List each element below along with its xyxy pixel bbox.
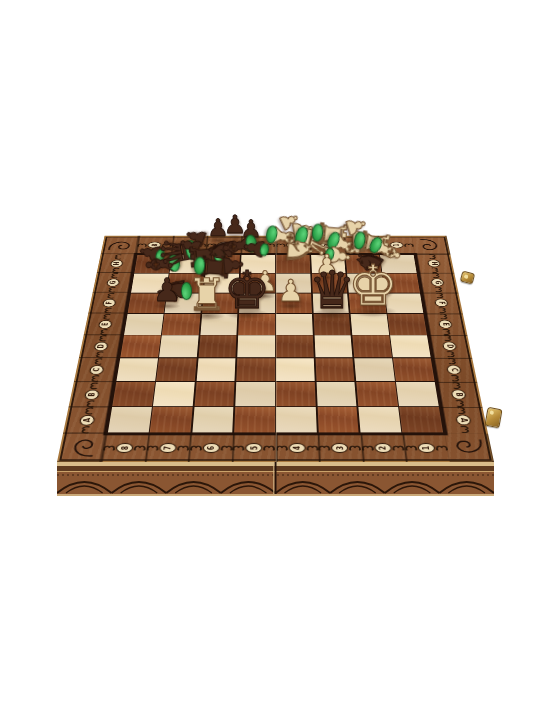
coord-circle: 2 — [355, 242, 369, 248]
coord-label-near-5: 5 — [232, 434, 276, 462]
square-d1 — [390, 336, 430, 358]
coord-circle: 6 — [217, 242, 231, 248]
scroll-ornament-icon — [459, 426, 472, 433]
coord-circle: 5 — [245, 443, 262, 453]
coord-label-far-3: 3 — [310, 236, 346, 254]
square-e6 — [200, 314, 238, 335]
square-f1 — [385, 293, 423, 313]
scroll-ornament-icon — [84, 400, 97, 407]
scroll-ornament-icon — [87, 382, 99, 389]
pawn-glyph-icon: ♟ — [224, 212, 246, 237]
scroll-ornament-icon — [438, 307, 449, 313]
scroll-ornament-icon — [112, 254, 123, 259]
scroll-ornament-icon — [134, 444, 147, 452]
coord-label-near-6: 6 — [188, 434, 233, 462]
square-a3 — [317, 407, 359, 432]
scroll-ornament-icon — [276, 242, 286, 247]
scroll-ornament-icon — [450, 375, 462, 382]
square-g3 — [312, 274, 348, 293]
coord-circle: 4 — [289, 443, 306, 453]
square-a8 — [108, 407, 152, 432]
corner-ornament-1 — [412, 236, 450, 254]
scroll-ornament-icon — [109, 273, 120, 278]
square-a6 — [192, 407, 234, 432]
scroll-ornament-icon — [392, 444, 405, 452]
scroll-ornament-icon — [196, 242, 206, 247]
corner-ornament-0 — [101, 236, 139, 254]
scroll-ornament-icon — [189, 444, 201, 452]
coord-circle: B — [84, 389, 100, 399]
corner-scroll-icon — [104, 237, 135, 252]
coord-label-left-G: G — [93, 273, 133, 293]
square-a1 — [399, 407, 443, 432]
coord-label-right-B: B — [437, 382, 483, 407]
coord-circle: 8 — [147, 242, 161, 248]
square-f4 — [276, 293, 312, 313]
folding-seam — [275, 236, 277, 462]
square-d6 — [198, 336, 237, 358]
board-front-edge — [57, 462, 494, 496]
scroll-ornament-icon — [439, 314, 450, 320]
coord-label-right-G: G — [418, 273, 458, 293]
coord-label-near-1: 1 — [403, 434, 450, 462]
scroll-ornament-icon — [456, 407, 469, 414]
coord-label-far-5: 5 — [241, 236, 276, 254]
coord-label-far-1: 1 — [378, 236, 415, 254]
scroll-ornament-icon — [146, 444, 159, 452]
coord-label-left-H: H — [97, 254, 136, 273]
square-a7 — [150, 407, 193, 432]
square-e5 — [238, 314, 275, 335]
coord-circle: 7 — [159, 443, 177, 453]
coord-circle: F — [102, 299, 116, 307]
square-c1 — [393, 358, 434, 381]
scroll-ornament-icon — [403, 242, 413, 247]
scroll-ornament-icon — [319, 444, 331, 452]
scroll-ornament-icon — [102, 307, 113, 313]
coord-label-far-4: 4 — [276, 236, 311, 254]
square-g1 — [383, 274, 420, 293]
square-h8 — [134, 255, 170, 273]
square-c2 — [354, 358, 394, 381]
square-h1 — [380, 255, 416, 273]
coord-label-right-A: A — [441, 407, 488, 434]
scroll-ornament-icon — [103, 444, 116, 452]
coord-label-near-7: 7 — [145, 434, 191, 462]
scroll-ornament-icon — [96, 335, 108, 341]
scroll-ornament-icon — [435, 444, 448, 452]
coord-label-left-F: F — [88, 293, 129, 314]
coord-circle: 2 — [374, 443, 392, 453]
clasp-highlight — [490, 410, 495, 415]
corner-ornament-3 — [57, 434, 106, 462]
square-b2 — [356, 382, 398, 406]
coord-circle: F — [435, 299, 449, 307]
scroll-ornament-icon — [231, 242, 241, 247]
coord-circle: G — [106, 279, 120, 287]
coord-label-left-E: E — [84, 313, 126, 335]
coord-circle: A — [456, 415, 472, 425]
coord-circle: 1 — [417, 443, 435, 453]
scroll-ornament-icon — [451, 382, 463, 389]
square-h2 — [345, 255, 381, 273]
coord-circle: D — [93, 342, 108, 351]
square-d3 — [314, 336, 353, 358]
square-g5 — [240, 274, 275, 293]
square-f7 — [165, 293, 202, 313]
dark-pawn: ♟ — [224, 212, 246, 237]
scroll-ornament-icon — [335, 242, 345, 247]
scroll-ornament-icon — [310, 242, 320, 247]
corner-scroll-icon — [415, 237, 446, 252]
scroll-ornament-icon — [455, 400, 468, 407]
coord-circle: 7 — [182, 242, 196, 248]
square-c4 — [276, 358, 315, 381]
coord-circle: H — [110, 260, 124, 267]
square-b3 — [316, 382, 357, 406]
scroll-ornament-icon — [101, 314, 112, 320]
scroll-ornament-icon — [233, 444, 245, 452]
scroll-ornament-icon — [446, 351, 458, 357]
coord-label-left-B: B — [69, 382, 115, 407]
coord-circle: A — [79, 415, 95, 425]
coord-circle: C — [89, 365, 104, 374]
square-d7 — [159, 336, 198, 358]
square-e7 — [162, 314, 200, 335]
square-b1 — [396, 382, 439, 406]
square-g8 — [131, 274, 168, 293]
square-f8 — [128, 293, 166, 313]
scroll-ornament-icon — [300, 242, 310, 247]
coord-label-near-4: 4 — [276, 434, 320, 462]
scroll-ornament-icon — [428, 254, 439, 259]
coord-circle: 5 — [251, 242, 265, 248]
square-f5 — [239, 293, 275, 313]
corner-scroll-icon — [450, 436, 490, 459]
scroll-ornament-icon — [404, 444, 417, 452]
square-g4 — [276, 274, 311, 293]
coord-label-near-8: 8 — [101, 434, 148, 462]
coord-label-near-2: 2 — [360, 434, 406, 462]
square-g7 — [167, 274, 204, 293]
pawn-glyph-icon: ♟ — [275, 207, 303, 234]
square-b6 — [194, 382, 235, 406]
coord-label-right-C: C — [433, 358, 478, 382]
scroll-ornament-icon — [93, 351, 105, 357]
square-b7 — [153, 382, 195, 406]
square-a5 — [234, 407, 275, 432]
square-e1 — [388, 314, 427, 335]
square-e4 — [276, 314, 313, 335]
square-c7 — [156, 358, 196, 381]
square-f6 — [202, 293, 239, 313]
coord-label-far-2: 2 — [344, 236, 380, 254]
square-h7 — [170, 255, 206, 273]
square-d4 — [276, 336, 314, 358]
coord-label-right-H: H — [415, 254, 454, 273]
coord-circle: 3 — [331, 443, 348, 453]
scroll-ornament-icon — [379, 242, 389, 247]
coord-label-right-E: E — [425, 313, 467, 335]
scroll-ornament-icon — [105, 293, 116, 299]
square-c5 — [236, 358, 275, 381]
coord-circle: D — [443, 342, 458, 351]
scroll-ornament-icon — [431, 273, 442, 278]
scroll-ornament-icon — [362, 444, 375, 452]
scroll-ornament-icon — [137, 242, 147, 247]
coord-circle: G — [431, 279, 445, 287]
coord-circle: 8 — [116, 443, 134, 453]
square-b8 — [112, 382, 155, 406]
square-b5 — [235, 382, 275, 406]
brass-clasp-lower — [484, 407, 502, 428]
scroll-ornament-icon — [435, 293, 446, 299]
coord-circle: B — [451, 389, 467, 399]
scroll-ornament-icon — [177, 444, 190, 452]
corner-scroll-icon — [62, 436, 102, 459]
scroll-ornament-icon — [79, 426, 92, 433]
scroll-ornament-icon — [82, 407, 95, 414]
square-g6 — [204, 274, 240, 293]
scroll-ornament-icon — [162, 242, 172, 247]
square-c8 — [116, 358, 157, 381]
light-pawn-toppled: ♟ — [275, 207, 303, 234]
square-f3 — [312, 293, 349, 313]
scroll-ornament-icon — [369, 242, 379, 247]
square-a4 — [276, 407, 317, 432]
scroll-ornament-icon — [349, 444, 361, 452]
coord-label-far-7: 7 — [171, 236, 207, 254]
square-h4 — [276, 255, 310, 273]
scroll-ornament-icon — [206, 242, 216, 247]
scroll-ornament-icon — [89, 375, 101, 382]
scroll-ornament-icon — [241, 242, 251, 247]
square-e8 — [124, 314, 163, 335]
coord-circle: E — [439, 320, 454, 328]
square-e2 — [350, 314, 388, 335]
coord-label-far-6: 6 — [206, 236, 242, 254]
clasp-highlight — [464, 274, 469, 279]
corner-ornament-2 — [445, 434, 494, 462]
square-e3 — [313, 314, 351, 335]
square-g2 — [347, 274, 384, 293]
product-photo-stage: 8765432187654321HGFEDCBAHGFEDCBA ♟♟♟♟♟♝♛… — [0, 0, 540, 720]
coord-label-left-C: C — [74, 358, 119, 382]
scroll-ornament-icon — [276, 444, 288, 452]
coord-label-left-D: D — [79, 335, 122, 358]
coord-label-right-D: D — [429, 335, 472, 358]
square-c6 — [196, 358, 236, 381]
square-d2 — [352, 336, 391, 358]
square-d5 — [237, 336, 275, 358]
coord-circle: 3 — [320, 242, 334, 248]
square-a2 — [358, 407, 401, 432]
scroll-ornament-icon — [220, 444, 232, 452]
front-edge-carving — [57, 462, 494, 496]
scroll-ornament-icon — [345, 242, 355, 247]
coord-circle: 1 — [389, 242, 403, 248]
brass-clasp-upper — [460, 271, 475, 285]
coord-label-near-3: 3 — [318, 434, 363, 462]
square-d8 — [120, 336, 160, 358]
coord-circle: 4 — [286, 242, 300, 248]
coord-circle: C — [447, 365, 462, 374]
scroll-ornament-icon — [306, 444, 318, 452]
square-f2 — [349, 293, 386, 313]
coord-label-left-A: A — [63, 407, 110, 434]
scroll-ornament-icon — [447, 358, 459, 364]
scroll-ornament-icon — [443, 335, 455, 341]
coord-label-far-8: 8 — [136, 236, 173, 254]
scroll-ornament-icon — [263, 444, 275, 452]
scroll-ornament-icon — [92, 358, 104, 364]
square-b4 — [276, 382, 316, 406]
coord-label-right-F: F — [422, 293, 463, 314]
coord-circle: H — [428, 260, 442, 267]
scroll-ornament-icon — [172, 242, 182, 247]
chess-board: 8765432187654321HGFEDCBAHGFEDCBA — [57, 236, 494, 462]
square-h5 — [241, 255, 275, 273]
square-h3 — [311, 255, 346, 273]
coord-circle: E — [98, 320, 113, 328]
coord-circle: 6 — [202, 443, 219, 453]
square-h6 — [205, 255, 240, 273]
square-c3 — [315, 358, 355, 381]
